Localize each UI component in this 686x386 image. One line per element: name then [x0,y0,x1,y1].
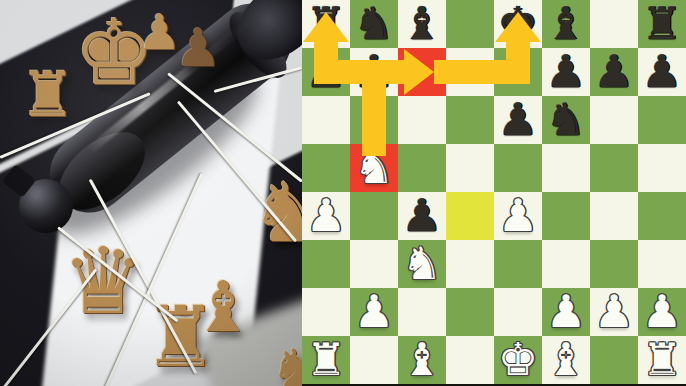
square-h8[interactable]: ♜ [638,0,686,48]
chess-board-panel: ♜♞♝♚♝♜♟♟♟♟♟♟♞♞♟♟♟♞♟♟♟♟♜♝♚♝♜ [302,0,686,386]
square-d3[interactable] [446,240,494,288]
square-a8[interactable]: ♜ [302,0,350,48]
piece-black-rook[interactable]: ♜ [642,0,682,48]
piece-white-pawn[interactable]: ♟ [498,192,538,240]
square-f7[interactable]: ♟ [542,48,590,96]
piece-white-bishop[interactable]: ♝ [546,336,586,384]
square-a7[interactable]: ♟ [302,48,350,96]
square-f4[interactable] [542,192,590,240]
thumbnail-photo: ♜♚♟♟♛♜♝♞♞ [0,0,302,386]
square-c8[interactable]: ♝ [398,0,446,48]
square-c7[interactable] [398,48,446,96]
square-h7[interactable]: ♟ [638,48,686,96]
square-g8[interactable] [590,0,638,48]
square-b1[interactable] [350,336,398,384]
square-b7[interactable]: ♟ [350,48,398,96]
piece-white-knight[interactable]: ♞ [354,144,394,192]
chess-board: ♜♞♝♚♝♜♟♟♟♟♟♟♞♞♟♟♟♞♟♟♟♟♜♝♚♝♜ [302,0,686,384]
square-b8[interactable]: ♞ [350,0,398,48]
square-g5[interactable] [590,144,638,192]
piece-white-rook[interactable]: ♜ [642,336,682,384]
square-g1[interactable] [590,336,638,384]
square-b3[interactable] [350,240,398,288]
piece-white-pawn[interactable]: ♟ [642,288,682,336]
piece-white-king[interactable]: ♚ [498,336,538,384]
square-h3[interactable] [638,240,686,288]
square-e7[interactable] [494,48,542,96]
piece-white-pawn[interactable]: ♟ [354,288,394,336]
thumbnail: ♜♚♟♟♛♜♝♞♞ ♜♞♝♚♝♜♟♟♟♟♟♟♞♞♟♟♟♞♟♟♟♟♜♝♚♝♜ [0,0,686,386]
square-e8[interactable]: ♚ [494,0,542,48]
square-b4[interactable] [350,192,398,240]
square-d4[interactable] [446,192,494,240]
piece-white-rook[interactable]: ♜ [306,336,346,384]
square-g3[interactable] [590,240,638,288]
square-h5[interactable] [638,144,686,192]
square-a5[interactable] [302,144,350,192]
square-g4[interactable] [590,192,638,240]
square-d8[interactable] [446,0,494,48]
square-c6[interactable] [398,96,446,144]
square-d5[interactable] [446,144,494,192]
piece-black-pawn[interactable]: ♟ [642,48,682,96]
square-e5[interactable] [494,144,542,192]
square-e6[interactable]: ♟ [494,96,542,144]
photo-wooden-rook: ♜ [20,64,76,126]
square-c3[interactable]: ♞ [398,240,446,288]
square-d1[interactable] [446,336,494,384]
piece-black-bishop[interactable]: ♝ [402,0,442,48]
square-c2[interactable] [398,288,446,336]
square-b6[interactable] [350,96,398,144]
square-c5[interactable] [398,144,446,192]
square-c1[interactable]: ♝ [398,336,446,384]
piece-black-king[interactable]: ♚ [498,0,538,48]
square-f5[interactable] [542,144,590,192]
photo-wooden-queen: ♛ [62,236,144,328]
piece-black-pawn[interactable]: ♟ [594,48,634,96]
piece-black-pawn[interactable]: ♟ [498,96,538,144]
piece-black-knight[interactable]: ♞ [546,96,586,144]
square-e2[interactable] [494,288,542,336]
square-f3[interactable] [542,240,590,288]
square-h2[interactable]: ♟ [638,288,686,336]
piece-white-bishop[interactable]: ♝ [402,336,442,384]
square-e1[interactable]: ♚ [494,336,542,384]
square-b5[interactable]: ♞ [350,144,398,192]
photo-wooden-bishop: ♝ [192,272,255,342]
square-a4[interactable]: ♟ [302,192,350,240]
square-a2[interactable] [302,288,350,336]
square-a6[interactable] [302,96,350,144]
piece-black-pawn[interactable]: ♟ [306,48,346,96]
square-e3[interactable] [494,240,542,288]
piece-black-pawn[interactable]: ♟ [402,192,442,240]
photo-wooden-pawn: ♟ [175,22,222,74]
square-f1[interactable]: ♝ [542,336,590,384]
square-f6[interactable]: ♞ [542,96,590,144]
square-a3[interactable] [302,240,350,288]
square-e4[interactable]: ♟ [494,192,542,240]
piece-black-bishop[interactable]: ♝ [546,0,586,48]
square-g7[interactable]: ♟ [590,48,638,96]
square-f8[interactable]: ♝ [542,0,590,48]
piece-black-pawn[interactable]: ♟ [546,48,586,96]
square-b2[interactable]: ♟ [350,288,398,336]
photo-wooden-knight: ♞ [270,342,302,386]
square-c4[interactable]: ♟ [398,192,446,240]
piece-black-rook[interactable]: ♜ [306,0,346,48]
square-a1[interactable]: ♜ [302,336,350,384]
square-d7[interactable] [446,48,494,96]
square-g2[interactable]: ♟ [590,288,638,336]
piece-white-knight[interactable]: ♞ [402,240,442,288]
piece-black-pawn[interactable]: ♟ [354,48,394,96]
piece-white-pawn[interactable]: ♟ [546,288,586,336]
square-d2[interactable] [446,288,494,336]
piece-white-pawn[interactable]: ♟ [306,192,346,240]
piece-black-knight[interactable]: ♞ [354,0,394,48]
square-h6[interactable] [638,96,686,144]
square-h4[interactable] [638,192,686,240]
square-f2[interactable]: ♟ [542,288,590,336]
piece-white-pawn[interactable]: ♟ [594,288,634,336]
square-g6[interactable] [590,96,638,144]
square-d6[interactable] [446,96,494,144]
square-h1[interactable]: ♜ [638,336,686,384]
